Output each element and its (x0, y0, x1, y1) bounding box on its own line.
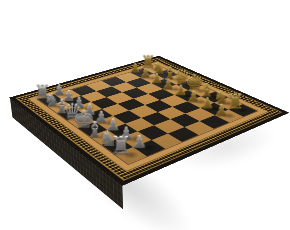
silver-pawn: ♟ (132, 134, 148, 152)
gold-pawn: ♟ (162, 78, 175, 92)
chess-case: ♜♞♝♛♚♝♞♜♟♟♟♟♟♟♟♟♟♟♟♟♟♟♟♟♜♞♝♛♚♝♞♜ (10, 56, 288, 185)
gold-pawn: ♟ (174, 83, 187, 98)
gold-rook: ♜ (226, 91, 245, 113)
silver-rook: ♜ (110, 134, 133, 159)
gold-pawn: ♟ (215, 103, 229, 119)
perspective-scene: ♜♞♝♛♚♝♞♜♟♟♟♟♟♟♟♟♟♟♟♟♟♟♟♟♜♞♝♛♚♝♞♜ (0, 0, 290, 230)
chess-set-photo: ♜♞♝♛♚♝♞♜♟♟♟♟♟♟♟♟♟♟♟♟♟♟♟♟♜♞♝♛♚♝♞♜ (0, 0, 290, 230)
gold-pawn: ♟ (200, 96, 214, 111)
gold-pawn: ♟ (187, 90, 200, 105)
gilt-frieze-border: ♜♞♝♛♚♝♞♜♟♟♟♟♟♟♟♟♟♟♟♟♟♟♟♟♜♞♝♛♚♝♞♜ (15, 58, 282, 181)
board-top: ♜♞♝♛♚♝♞♜♟♟♟♟♟♟♟♟♟♟♟♟♟♟♟♟♜♞♝♛♚♝♞♜ (10, 56, 288, 185)
